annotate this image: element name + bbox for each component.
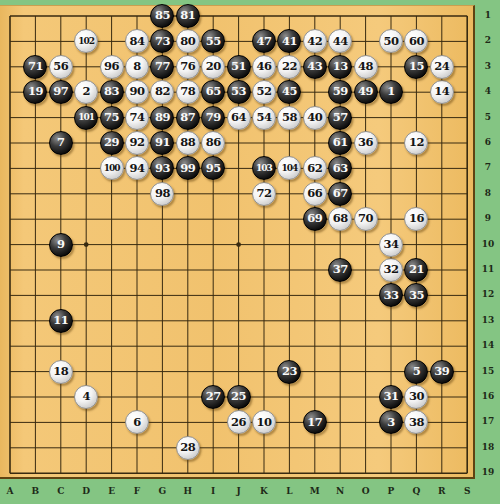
column-label-F: F bbox=[127, 480, 147, 502]
stone-move-number: 21 bbox=[409, 264, 424, 276]
stone-move-number: 3 bbox=[387, 417, 395, 429]
stone-move-number: 22 bbox=[282, 61, 297, 73]
row-label-13: 13 bbox=[477, 314, 499, 326]
stone-move-number: 99 bbox=[180, 163, 195, 175]
stone-white-74-F5: 74 bbox=[125, 106, 149, 130]
stone-move-number: 29 bbox=[104, 137, 119, 149]
stone-move-number: 98 bbox=[155, 188, 170, 200]
stone-move-number: 88 bbox=[180, 137, 195, 149]
star-point bbox=[84, 242, 89, 247]
stone-white-8-F3: 8 bbox=[125, 55, 149, 79]
stone-move-number: 11 bbox=[53, 315, 68, 327]
stone-move-number: 63 bbox=[333, 163, 348, 175]
column-label-E: E bbox=[102, 480, 122, 502]
stone-black-69-M9: 69 bbox=[303, 207, 327, 231]
stone-white-54-K5: 54 bbox=[252, 106, 276, 130]
stone-black-87-H5: 87 bbox=[176, 106, 200, 130]
row-label-10: 10 bbox=[477, 238, 499, 250]
stone-move-number: 52 bbox=[256, 86, 271, 98]
stone-white-78-H4: 78 bbox=[176, 80, 200, 104]
column-label-D: D bbox=[76, 480, 96, 502]
stone-move-number: 96 bbox=[104, 61, 119, 73]
stone-move-number: 34 bbox=[383, 239, 398, 251]
stone-move-number: 51 bbox=[231, 61, 246, 73]
stone-black-39-R15: 39 bbox=[430, 360, 454, 384]
stone-move-number: 1 bbox=[387, 86, 395, 98]
stone-move-number: 47 bbox=[256, 36, 271, 48]
row-label-2: 2 bbox=[477, 34, 499, 46]
stone-move-number: 92 bbox=[129, 137, 144, 149]
stone-move-number: 85 bbox=[155, 10, 170, 22]
stone-black-67-N8: 67 bbox=[328, 182, 352, 206]
column-label-A: A bbox=[0, 480, 20, 502]
row-label-19: 19 bbox=[477, 466, 499, 478]
stone-move-number: 38 bbox=[409, 417, 424, 429]
stone-black-81-H1: 81 bbox=[176, 4, 200, 28]
stone-move-number: 77 bbox=[155, 61, 170, 73]
stone-move-number: 65 bbox=[206, 86, 221, 98]
stone-move-number: 76 bbox=[180, 61, 195, 73]
stone-move-number: 42 bbox=[307, 36, 322, 48]
row-label-5: 5 bbox=[477, 111, 499, 123]
stone-white-86-I6: 86 bbox=[201, 131, 225, 155]
stone-move-number: 75 bbox=[104, 112, 119, 124]
stone-white-88-H6: 88 bbox=[176, 131, 200, 155]
stone-white-14-R4: 14 bbox=[430, 80, 454, 104]
stone-move-number: 44 bbox=[333, 36, 348, 48]
stone-black-61-N6: 61 bbox=[328, 131, 352, 155]
stone-black-43-M3: 43 bbox=[303, 55, 327, 79]
stone-move-number: 103 bbox=[256, 164, 272, 173]
stone-white-56-C3: 56 bbox=[49, 55, 73, 79]
stone-move-number: 32 bbox=[383, 264, 398, 276]
row-label-6: 6 bbox=[477, 136, 499, 148]
stone-move-number: 36 bbox=[358, 137, 373, 149]
stone-move-number: 53 bbox=[231, 86, 246, 98]
stone-move-number: 61 bbox=[333, 137, 348, 149]
stone-move-number: 13 bbox=[333, 61, 348, 73]
stone-move-number: 100 bbox=[104, 164, 120, 173]
stone-move-number: 40 bbox=[307, 112, 322, 124]
stone-white-100-E7: 100 bbox=[100, 156, 124, 180]
stone-move-number: 86 bbox=[206, 137, 221, 149]
stone-white-58-L5: 58 bbox=[277, 106, 301, 130]
stone-white-76-H3: 76 bbox=[176, 55, 200, 79]
stone-move-number: 97 bbox=[53, 86, 68, 98]
stone-black-83-E4: 83 bbox=[100, 80, 124, 104]
stone-move-number: 20 bbox=[206, 61, 221, 73]
row-label-9: 9 bbox=[477, 212, 499, 224]
stone-move-number: 72 bbox=[256, 188, 271, 200]
column-label-N: N bbox=[330, 480, 350, 502]
stone-move-number: 66 bbox=[307, 188, 322, 200]
stone-white-64-J5: 64 bbox=[227, 106, 251, 130]
stone-move-number: 26 bbox=[231, 417, 246, 429]
stone-black-29-E6: 29 bbox=[100, 131, 124, 155]
go-board[interactable]: 1234567891011121314151617181920212223242… bbox=[0, 5, 475, 479]
stone-black-13-N3: 13 bbox=[328, 55, 352, 79]
column-label-Q: Q bbox=[406, 480, 426, 502]
stone-move-number: 5 bbox=[413, 366, 421, 378]
stone-move-number: 68 bbox=[333, 213, 348, 225]
row-label-1: 1 bbox=[477, 9, 499, 21]
stone-move-number: 12 bbox=[409, 137, 424, 149]
column-label-G: G bbox=[152, 480, 172, 502]
stone-move-number: 95 bbox=[206, 163, 221, 175]
star-point bbox=[236, 242, 241, 247]
row-label-8: 8 bbox=[477, 187, 499, 199]
stone-move-number: 90 bbox=[129, 86, 144, 98]
column-label-L: L bbox=[279, 480, 299, 502]
stone-move-number: 37 bbox=[333, 264, 348, 276]
stone-move-number: 7 bbox=[57, 137, 65, 149]
row-label-4: 4 bbox=[477, 85, 499, 97]
column-label-H: H bbox=[178, 480, 198, 502]
stone-move-number: 54 bbox=[256, 112, 271, 124]
stone-move-number: 55 bbox=[206, 36, 221, 48]
stone-move-number: 80 bbox=[180, 36, 195, 48]
stone-move-number: 33 bbox=[383, 290, 398, 302]
column-label-R: R bbox=[432, 480, 452, 502]
stone-move-number: 35 bbox=[409, 290, 424, 302]
stone-black-7-C6: 7 bbox=[49, 131, 73, 155]
stone-move-number: 31 bbox=[383, 391, 398, 403]
stone-move-number: 9 bbox=[57, 239, 65, 251]
stone-black-31-P16: 31 bbox=[379, 385, 403, 409]
stone-move-number: 83 bbox=[104, 86, 119, 98]
stone-black-97-C4: 97 bbox=[49, 80, 73, 104]
stone-black-9-C10: 9 bbox=[49, 233, 73, 257]
column-label-B: B bbox=[25, 480, 45, 502]
row-label-7: 7 bbox=[477, 161, 499, 173]
row-label-3: 3 bbox=[477, 60, 499, 72]
column-label-J: J bbox=[229, 480, 249, 502]
stone-white-92-F6: 92 bbox=[125, 131, 149, 155]
stone-move-number: 46 bbox=[256, 61, 271, 73]
stone-white-24-R3: 24 bbox=[430, 55, 454, 79]
stone-move-number: 73 bbox=[155, 36, 170, 48]
stone-move-number: 82 bbox=[155, 86, 170, 98]
stone-black-23-L15: 23 bbox=[277, 360, 301, 384]
stone-white-36-O6: 36 bbox=[354, 131, 378, 155]
stone-black-101-D5: 101 bbox=[74, 106, 98, 130]
stone-move-number: 56 bbox=[53, 61, 68, 73]
stone-black-27-I16: 27 bbox=[201, 385, 225, 409]
row-label-12: 12 bbox=[477, 288, 499, 300]
stone-move-number: 69 bbox=[307, 213, 322, 225]
stone-black-57-N5: 57 bbox=[328, 106, 352, 130]
stone-move-number: 24 bbox=[434, 61, 449, 73]
stone-move-number: 23 bbox=[282, 366, 297, 378]
stone-move-number: 45 bbox=[282, 86, 297, 98]
column-label-K: K bbox=[254, 480, 274, 502]
stone-white-20-I3: 20 bbox=[201, 55, 225, 79]
column-label-I: I bbox=[203, 480, 223, 502]
stone-move-number: 94 bbox=[129, 163, 144, 175]
stone-move-number: 57 bbox=[333, 112, 348, 124]
stone-white-32-P11: 32 bbox=[379, 258, 403, 282]
stone-black-79-I5: 79 bbox=[201, 106, 225, 130]
stone-move-number: 8 bbox=[133, 61, 141, 73]
stone-black-53-J4: 53 bbox=[227, 80, 251, 104]
stone-move-number: 39 bbox=[434, 366, 449, 378]
column-label-C: C bbox=[51, 480, 71, 502]
row-label-18: 18 bbox=[477, 441, 499, 453]
row-label-11: 11 bbox=[477, 263, 499, 275]
stone-move-number: 27 bbox=[206, 391, 221, 403]
stone-white-28-H18: 28 bbox=[176, 436, 200, 460]
stone-black-1-P4: 1 bbox=[379, 80, 403, 104]
stone-white-4-D16: 4 bbox=[74, 385, 98, 409]
stone-black-5-Q15: 5 bbox=[404, 360, 428, 384]
stone-white-26-J17: 26 bbox=[227, 410, 251, 434]
stone-black-75-E5: 75 bbox=[100, 106, 124, 130]
stone-move-number: 64 bbox=[231, 112, 246, 124]
stone-move-number: 81 bbox=[180, 10, 195, 22]
stone-white-72-K8: 72 bbox=[252, 182, 276, 206]
stone-move-number: 101 bbox=[78, 113, 94, 122]
stone-move-number: 2 bbox=[82, 86, 90, 98]
row-label-16: 16 bbox=[477, 390, 499, 402]
stone-move-number: 41 bbox=[282, 36, 297, 48]
stone-white-96-E3: 96 bbox=[100, 55, 124, 79]
column-label-S: S bbox=[457, 480, 477, 502]
stone-white-48-O3: 48 bbox=[354, 55, 378, 79]
stone-white-90-F4: 90 bbox=[125, 80, 149, 104]
stone-move-number: 49 bbox=[358, 86, 373, 98]
go-game-diagram: 1234567891011121314151617181920212223242… bbox=[0, 0, 500, 504]
stone-move-number: 71 bbox=[28, 61, 43, 73]
stone-move-number: 74 bbox=[129, 112, 144, 124]
column-label-M: M bbox=[305, 480, 325, 502]
stone-move-number: 4 bbox=[82, 391, 90, 403]
stone-black-11-C13: 11 bbox=[49, 309, 73, 333]
stone-white-66-M8: 66 bbox=[303, 182, 327, 206]
stone-black-37-N11: 37 bbox=[328, 258, 352, 282]
stone-move-number: 58 bbox=[282, 112, 297, 124]
stone-white-70-O9: 70 bbox=[354, 207, 378, 231]
stone-move-number: 48 bbox=[358, 61, 373, 73]
stone-move-number: 91 bbox=[155, 137, 170, 149]
stone-move-number: 62 bbox=[307, 163, 322, 175]
row-label-14: 14 bbox=[477, 339, 499, 351]
stone-move-number: 70 bbox=[358, 213, 373, 225]
stone-move-number: 19 bbox=[28, 86, 43, 98]
stone-white-46-K3: 46 bbox=[252, 55, 276, 79]
stone-white-40-M5: 40 bbox=[303, 106, 327, 130]
stone-move-number: 67 bbox=[333, 188, 348, 200]
column-label-P: P bbox=[381, 480, 401, 502]
stone-move-number: 6 bbox=[133, 417, 141, 429]
stone-black-89-G5: 89 bbox=[150, 106, 174, 130]
column-label-O: O bbox=[356, 480, 376, 502]
stone-move-number: 87 bbox=[180, 112, 195, 124]
stone-black-25-J16: 25 bbox=[227, 385, 251, 409]
stone-move-number: 18 bbox=[53, 366, 68, 378]
stone-move-number: 50 bbox=[383, 36, 398, 48]
stone-move-number: 10 bbox=[256, 417, 271, 429]
stone-move-number: 93 bbox=[155, 163, 170, 175]
stone-white-34-P10: 34 bbox=[379, 233, 403, 257]
stone-black-51-J3: 51 bbox=[227, 55, 251, 79]
stone-move-number: 78 bbox=[180, 86, 195, 98]
stone-move-number: 14 bbox=[434, 86, 449, 98]
row-label-17: 17 bbox=[477, 415, 499, 427]
stone-move-number: 25 bbox=[231, 391, 246, 403]
stone-move-number: 84 bbox=[129, 36, 144, 48]
stone-move-number: 30 bbox=[409, 391, 424, 403]
stone-black-49-O4: 49 bbox=[354, 80, 378, 104]
stone-white-18-C15: 18 bbox=[49, 360, 73, 384]
stone-move-number: 79 bbox=[206, 112, 221, 124]
stone-move-number: 89 bbox=[155, 112, 170, 124]
stone-move-number: 102 bbox=[78, 37, 94, 46]
stone-move-number: 43 bbox=[307, 61, 322, 73]
stone-move-number: 59 bbox=[333, 86, 348, 98]
row-label-15: 15 bbox=[477, 365, 499, 377]
stone-move-number: 60 bbox=[409, 36, 424, 48]
stone-move-number: 15 bbox=[409, 61, 424, 73]
stone-white-52-K4: 52 bbox=[252, 80, 276, 104]
stone-move-number: 17 bbox=[307, 417, 322, 429]
stone-move-number: 28 bbox=[180, 442, 195, 454]
stone-move-number: 104 bbox=[281, 164, 297, 173]
stone-move-number: 16 bbox=[409, 213, 424, 225]
